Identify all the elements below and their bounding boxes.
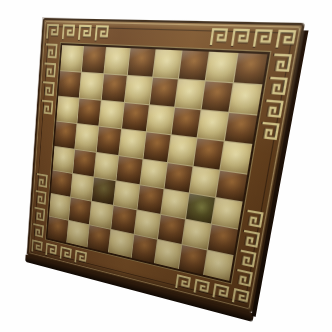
board-square[interactable] (97, 127, 121, 155)
board-square[interactable] (120, 130, 146, 158)
board-square[interactable] (146, 106, 174, 135)
board-square[interactable] (54, 122, 76, 148)
greek-key-icon (262, 98, 285, 119)
playing-area (45, 42, 271, 284)
chess-board (27, 18, 305, 313)
greek-key-icon (41, 80, 55, 97)
greek-key-icon (34, 189, 47, 206)
greek-key-icon (252, 28, 275, 49)
board-square[interactable] (197, 111, 228, 141)
board-square[interactable] (134, 210, 160, 239)
board-square[interactable] (75, 124, 98, 151)
board-square[interactable] (114, 181, 139, 209)
greek-key-icon (266, 75, 289, 96)
board-square[interactable] (99, 101, 124, 129)
greek-key-icon (192, 278, 210, 298)
board-square[interactable] (51, 170, 72, 196)
greek-key-icon (237, 248, 257, 268)
greek-key-icon (94, 24, 110, 42)
greek-key-icon (33, 206, 46, 223)
board-square[interactable] (109, 230, 133, 258)
greek-key-cluster-top-left (45, 23, 110, 42)
board-square[interactable] (53, 146, 75, 172)
board-square[interactable] (47, 216, 68, 242)
board-square[interactable] (49, 194, 70, 220)
greek-key-icon (32, 222, 45, 239)
board-square[interactable] (161, 189, 189, 218)
board-square[interactable] (128, 48, 155, 77)
board-square[interactable] (56, 97, 78, 124)
board-square[interactable] (190, 166, 220, 196)
board-square[interactable] (193, 139, 223, 169)
board-square[interactable] (164, 163, 192, 192)
greek-key-icon (174, 273, 192, 292)
board-square[interactable] (67, 221, 89, 248)
greek-key-icon (40, 99, 54, 116)
greek-key-icon (259, 121, 281, 142)
greek-key-icon (270, 52, 293, 73)
board-square[interactable] (182, 219, 211, 249)
board-square[interactable] (125, 76, 152, 104)
board-square[interactable] (234, 53, 268, 84)
board-square[interactable] (206, 52, 238, 83)
board-square[interactable] (158, 215, 185, 244)
board-square[interactable] (220, 142, 252, 173)
greek-key-icon (44, 42, 58, 59)
greek-key-icon (43, 61, 57, 78)
board-square[interactable] (137, 185, 163, 214)
board-square[interactable] (212, 198, 243, 229)
board-square[interactable] (204, 250, 234, 280)
board-square[interactable] (92, 177, 116, 204)
greek-key-icon (59, 245, 73, 262)
board-square[interactable] (225, 113, 257, 144)
board-square[interactable] (71, 174, 94, 201)
greek-key-icon (61, 23, 76, 40)
board-square[interactable] (105, 47, 131, 75)
greek-key-icon (45, 242, 58, 259)
board-square[interactable] (208, 224, 238, 255)
board-square[interactable] (154, 240, 181, 269)
board-square[interactable] (175, 80, 205, 110)
greek-key-icon (209, 27, 230, 47)
board-square[interactable] (69, 197, 91, 224)
greek-key-icon (74, 249, 88, 266)
board-square[interactable] (149, 78, 177, 107)
board-square[interactable] (131, 235, 156, 263)
board-square[interactable] (117, 156, 142, 184)
greek-key-icon (244, 209, 265, 229)
greek-key-icon (77, 24, 93, 42)
board-square[interactable] (179, 50, 209, 80)
board-square[interactable] (90, 201, 113, 228)
greek-key-icon (241, 229, 262, 249)
board-square[interactable] (201, 82, 232, 112)
greek-key-icon (230, 27, 252, 47)
greek-key-icon (45, 23, 59, 40)
board-square[interactable] (216, 170, 247, 201)
board-photo (0, 0, 332, 332)
greek-key-icon (211, 282, 230, 302)
greek-key-icon (234, 268, 254, 288)
board-square[interactable] (58, 71, 81, 98)
greek-key-cluster-top-right (209, 27, 298, 50)
board-square[interactable] (77, 99, 101, 126)
board-square[interactable] (73, 149, 96, 176)
board-square[interactable] (112, 206, 137, 234)
board-square[interactable] (95, 152, 119, 179)
board-square[interactable] (140, 159, 167, 188)
board-square[interactable] (82, 46, 106, 73)
board-square[interactable] (171, 108, 200, 138)
board-square[interactable] (168, 136, 197, 166)
greek-key-icon (231, 287, 251, 307)
board-square[interactable] (122, 103, 148, 131)
board-square[interactable] (229, 84, 262, 115)
greek-key-icon (35, 172, 48, 189)
greek-key-icon (31, 238, 44, 255)
board-square[interactable] (60, 45, 83, 72)
board-grid (47, 45, 267, 281)
board-square[interactable] (186, 193, 215, 223)
board-square[interactable] (143, 133, 170, 162)
board-square[interactable] (80, 73, 104, 100)
board-square[interactable] (88, 225, 111, 252)
greek-key-icon (274, 29, 298, 50)
board-square[interactable] (153, 49, 181, 78)
board-square[interactable] (179, 245, 207, 275)
board-square[interactable] (102, 74, 127, 102)
